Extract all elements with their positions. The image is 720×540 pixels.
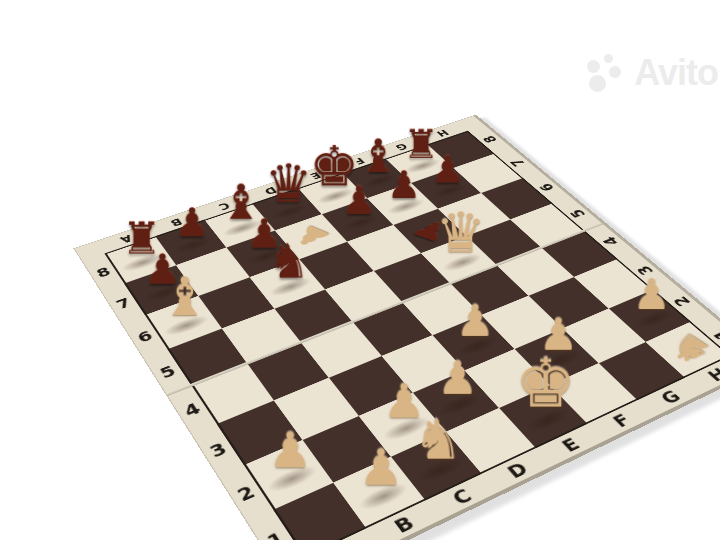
white-B-glyph: ♝ — [138, 270, 230, 323]
watermark-text: Avito — [637, 493, 716, 532]
white-Q-glyph: ♛ — [417, 205, 503, 261]
watermark-top-right: Avito — [586, 52, 718, 94]
avito-logo-icon — [586, 53, 626, 93]
white-P-glyph: ♟ — [428, 299, 522, 343]
black-P-glyph: ♟ — [317, 182, 400, 221]
product-photo-stage: 8877665544332211AABBCCDDEEFFGGHH♜♟♝♛♚♝♜♟… — [0, 0, 720, 540]
watermark-bottom-right: Avito — [589, 492, 716, 532]
white-K-glyph: ♚ — [495, 349, 595, 418]
chess-board: 8877665544332211AABBCCDDEEFFGGHH♜♟♝♛♚♝♜♟… — [73, 115, 720, 540]
watermark-text: Avito — [634, 52, 718, 94]
white-P-glyph: ♟ — [605, 273, 696, 316]
white-P-glyph: ♟ — [327, 443, 433, 493]
avito-logo-icon — [589, 492, 629, 532]
black-N-glyph: ♞ — [244, 237, 332, 284]
white-P-glyph: ♟ — [237, 426, 342, 475]
